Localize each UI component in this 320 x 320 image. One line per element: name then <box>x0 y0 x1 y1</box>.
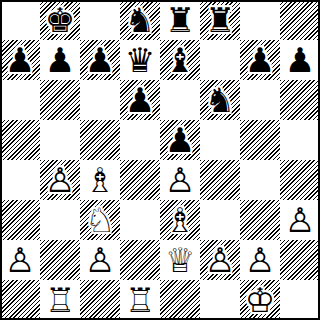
square-c2[interactable]: ♟♙ <box>80 240 120 280</box>
black-queen: ♛ <box>120 40 160 80</box>
piece-halo: ♟ <box>280 200 320 240</box>
piece-halo: ♟ <box>240 40 280 80</box>
square-d6[interactable]: ♟♟ <box>120 80 160 120</box>
square-e4[interactable]: ♟♙ <box>160 160 200 200</box>
black-pawn: ♟ <box>0 40 40 80</box>
black-rook: ♜ <box>200 0 240 40</box>
white-pawn: ♙ <box>80 240 120 280</box>
white-pawn: ♙ <box>240 240 280 280</box>
white-rook: ♖ <box>120 280 160 320</box>
square-a4[interactable] <box>0 160 40 200</box>
white-pawn: ♙ <box>200 240 240 280</box>
black-king: ♚ <box>40 0 80 40</box>
black-knight: ♞ <box>200 80 240 120</box>
piece-halo: ♟ <box>200 240 240 280</box>
square-g1[interactable]: ♚♔ <box>240 280 280 320</box>
square-g5[interactable] <box>240 120 280 160</box>
square-f6[interactable]: ♞♞ <box>200 80 240 120</box>
square-b2[interactable] <box>40 240 80 280</box>
black-pawn: ♟ <box>120 80 160 120</box>
piece-halo: ♞ <box>120 0 160 40</box>
square-h2[interactable] <box>280 240 320 280</box>
square-d2[interactable] <box>120 240 160 280</box>
square-f8[interactable]: ♜♜ <box>200 0 240 40</box>
square-e3[interactable]: ♝♗ <box>160 200 200 240</box>
piece-halo: ♟ <box>160 160 200 200</box>
piece-halo: ♜ <box>40 280 80 320</box>
piece-halo: ♛ <box>120 40 160 80</box>
square-h6[interactable] <box>280 80 320 120</box>
square-f7[interactable] <box>200 40 240 80</box>
square-f5[interactable] <box>200 120 240 160</box>
piece-halo: ♟ <box>120 80 160 120</box>
piece-halo: ♟ <box>40 160 80 200</box>
piece-halo: ♟ <box>160 120 200 160</box>
white-rook: ♖ <box>40 280 80 320</box>
square-a7[interactable]: ♟♟ <box>0 40 40 80</box>
black-pawn: ♟ <box>280 40 320 80</box>
white-king: ♔ <box>240 280 280 320</box>
square-e1[interactable] <box>160 280 200 320</box>
square-d7[interactable]: ♛♛ <box>120 40 160 80</box>
square-d5[interactable] <box>120 120 160 160</box>
square-g8[interactable] <box>240 0 280 40</box>
square-d1[interactable]: ♜♖ <box>120 280 160 320</box>
square-c7[interactable]: ♟♟ <box>80 40 120 80</box>
square-b3[interactable] <box>40 200 80 240</box>
square-b4[interactable]: ♟♙ <box>40 160 80 200</box>
white-pawn: ♙ <box>40 160 80 200</box>
piece-halo: ♟ <box>80 240 120 280</box>
square-a2[interactable]: ♟♙ <box>0 240 40 280</box>
black-pawn: ♟ <box>160 120 200 160</box>
square-b5[interactable] <box>40 120 80 160</box>
white-pawn: ♙ <box>160 160 200 200</box>
piece-halo: ♞ <box>80 200 120 240</box>
square-a6[interactable] <box>0 80 40 120</box>
black-rook: ♜ <box>160 0 200 40</box>
piece-halo: ♟ <box>0 240 40 280</box>
piece-halo: ♜ <box>200 0 240 40</box>
white-knight: ♘ <box>80 200 120 240</box>
piece-halo: ♝ <box>160 40 200 80</box>
piece-halo: ♚ <box>240 280 280 320</box>
square-e7[interactable]: ♝♝ <box>160 40 200 80</box>
piece-halo: ♝ <box>160 200 200 240</box>
square-h8[interactable] <box>280 0 320 40</box>
square-a3[interactable] <box>0 200 40 240</box>
square-b7[interactable]: ♟♟ <box>40 40 80 80</box>
square-f3[interactable] <box>200 200 240 240</box>
white-pawn: ♙ <box>0 240 40 280</box>
piece-halo: ♚ <box>40 0 80 40</box>
black-bishop: ♝ <box>160 40 200 80</box>
square-d8[interactable]: ♞♞ <box>120 0 160 40</box>
square-c4[interactable]: ♝♗ <box>80 160 120 200</box>
square-f1[interactable] <box>200 280 240 320</box>
square-b6[interactable] <box>40 80 80 120</box>
square-e2[interactable]: ♛♕ <box>160 240 200 280</box>
square-g2[interactable]: ♟♙ <box>240 240 280 280</box>
black-pawn: ♟ <box>40 40 80 80</box>
chess-board: ♚♚♞♞♜♜♜♜♟♟♟♟♟♟♛♛♝♝♟♟♟♟♟♟♞♞♟♟♟♙♝♗♟♙♞♘♝♗♟♙… <box>0 0 320 320</box>
square-h1[interactable] <box>280 280 320 320</box>
square-a5[interactable] <box>0 120 40 160</box>
piece-halo: ♜ <box>160 0 200 40</box>
square-h7[interactable]: ♟♟ <box>280 40 320 80</box>
square-e8[interactable]: ♜♜ <box>160 0 200 40</box>
square-e5[interactable]: ♟♟ <box>160 120 200 160</box>
square-h5[interactable] <box>280 120 320 160</box>
square-c6[interactable] <box>80 80 120 120</box>
piece-halo: ♟ <box>80 40 120 80</box>
square-g3[interactable] <box>240 200 280 240</box>
black-knight: ♞ <box>120 0 160 40</box>
square-g7[interactable]: ♟♟ <box>240 40 280 80</box>
piece-halo: ♟ <box>40 40 80 80</box>
square-g6[interactable] <box>240 80 280 120</box>
square-e6[interactable] <box>160 80 200 120</box>
square-b8[interactable]: ♚♚ <box>40 0 80 40</box>
square-d3[interactable] <box>120 200 160 240</box>
piece-halo: ♟ <box>0 40 40 80</box>
piece-halo: ♜ <box>120 280 160 320</box>
square-a1[interactable] <box>0 280 40 320</box>
square-a8[interactable] <box>0 0 40 40</box>
white-queen: ♕ <box>160 240 200 280</box>
square-f2[interactable]: ♟♙ <box>200 240 240 280</box>
square-g4[interactable] <box>240 160 280 200</box>
square-d4[interactable] <box>120 160 160 200</box>
piece-halo: ♞ <box>200 80 240 120</box>
square-c5[interactable] <box>80 120 120 160</box>
white-bishop: ♗ <box>160 200 200 240</box>
square-b1[interactable]: ♜♖ <box>40 280 80 320</box>
white-pawn: ♙ <box>280 200 320 240</box>
white-bishop: ♗ <box>80 160 120 200</box>
piece-halo: ♟ <box>240 240 280 280</box>
square-f4[interactable] <box>200 160 240 200</box>
square-c3[interactable]: ♞♘ <box>80 200 120 240</box>
square-h3[interactable]: ♟♙ <box>280 200 320 240</box>
piece-halo: ♟ <box>280 40 320 80</box>
piece-halo: ♝ <box>80 160 120 200</box>
square-c1[interactable] <box>80 280 120 320</box>
square-h4[interactable] <box>280 160 320 200</box>
piece-halo: ♛ <box>160 240 200 280</box>
black-pawn: ♟ <box>240 40 280 80</box>
black-pawn: ♟ <box>80 40 120 80</box>
square-c8[interactable] <box>80 0 120 40</box>
